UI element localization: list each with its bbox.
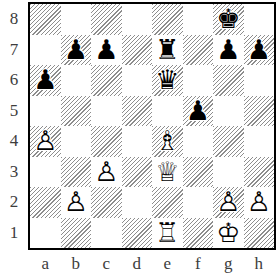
file-label-h: h (244, 250, 275, 278)
piece-white-pawn-a4[interactable]: ♟♙ (30, 126, 61, 157)
square-c7[interactable]: ♟♟ (91, 35, 122, 66)
square-d6[interactable] (122, 65, 153, 96)
square-e3[interactable]: ♛♕ (152, 157, 183, 188)
file-label-b: b (61, 250, 92, 278)
piece-glyph: ♟ (213, 35, 244, 66)
square-c6[interactable] (91, 65, 122, 96)
square-h2[interactable]: ♟♙ (244, 187, 275, 218)
square-f3[interactable] (183, 157, 214, 188)
piece-white-queen-e3[interactable]: ♛♕ (152, 157, 183, 188)
square-d7[interactable] (122, 35, 153, 66)
square-a4[interactable]: ♟♙ (30, 126, 61, 157)
square-g1[interactable]: ♚♔ (213, 218, 244, 249)
piece-glyph: ♙ (213, 187, 244, 218)
square-a6[interactable]: ♟♟ (30, 65, 61, 96)
piece-black-king-g8[interactable]: ♚♚ (213, 4, 244, 35)
file-label-g: g (213, 250, 244, 278)
piece-white-pawn-b2[interactable]: ♟♙ (61, 187, 92, 218)
square-f6[interactable] (183, 65, 214, 96)
piece-black-pawn-g7[interactable]: ♟♟ (213, 35, 244, 66)
piece-white-king-g1[interactable]: ♚♔ (213, 218, 244, 249)
square-h4[interactable] (244, 126, 275, 157)
rank-label-1: 1 (0, 218, 28, 249)
piece-white-pawn-g2[interactable]: ♟♙ (213, 187, 244, 218)
square-h7[interactable]: ♟♟ (244, 35, 275, 66)
square-e7[interactable]: ♜♜ (152, 35, 183, 66)
rank-label-7: 7 (0, 35, 28, 66)
square-c5[interactable] (91, 96, 122, 127)
piece-glyph: ♖ (152, 218, 183, 249)
square-e4[interactable]: ♝♗ (152, 126, 183, 157)
piece-glyph: ♕ (152, 157, 183, 188)
rank-label-3: 3 (0, 157, 28, 188)
square-c4[interactable] (91, 126, 122, 157)
piece-black-pawn-a6[interactable]: ♟♟ (30, 65, 61, 96)
square-e2[interactable] (152, 187, 183, 218)
square-d8[interactable] (122, 4, 153, 35)
square-b2[interactable]: ♟♙ (61, 187, 92, 218)
square-g7[interactable]: ♟♟ (213, 35, 244, 66)
square-h6[interactable] (244, 65, 275, 96)
square-c8[interactable] (91, 4, 122, 35)
piece-glyph: ♟ (61, 35, 92, 66)
square-a2[interactable] (30, 187, 61, 218)
piece-white-rook-e1[interactable]: ♜♖ (152, 218, 183, 249)
square-c2[interactable] (91, 187, 122, 218)
piece-glyph: ♟ (91, 35, 122, 66)
square-b1[interactable] (61, 218, 92, 249)
square-c1[interactable] (91, 218, 122, 249)
chess-board: ♚♚♟♟♟♟♜♜♟♟♟♟♟♟♛♛♟♟♟♙♝♗♟♙♛♕♟♙♟♙♟♙♜♖♚♔ (28, 2, 276, 250)
piece-black-queen-e6[interactable]: ♛♛ (152, 65, 183, 96)
square-e8[interactable] (152, 4, 183, 35)
piece-glyph: ♟ (183, 96, 214, 127)
square-g4[interactable] (213, 126, 244, 157)
file-label-a: a (30, 250, 61, 278)
chess-diagram: 87654321 ♚♚♟♟♟♟♜♜♟♟♟♟♟♟♛♛♟♟♟♙♝♗♟♙♛♕♟♙♟♙♟… (0, 0, 279, 280)
piece-glyph: ♗ (152, 126, 183, 157)
rank-label-4: 4 (0, 126, 28, 157)
square-f5[interactable]: ♟♟ (183, 96, 214, 127)
rank-labels: 87654321 (0, 4, 28, 248)
square-a7[interactable] (30, 35, 61, 66)
piece-glyph: ♟ (244, 35, 275, 66)
square-g2[interactable]: ♟♙ (213, 187, 244, 218)
square-h1[interactable] (244, 218, 275, 249)
rank-label-8: 8 (0, 4, 28, 35)
piece-glyph: ♙ (244, 187, 275, 218)
square-a1[interactable] (30, 218, 61, 249)
piece-black-rook-e7[interactable]: ♜♜ (152, 35, 183, 66)
square-f2[interactable] (183, 187, 214, 218)
file-label-c: c (91, 250, 122, 278)
file-label-d: d (122, 250, 153, 278)
square-b7[interactable]: ♟♟ (61, 35, 92, 66)
file-label-e: e (152, 250, 183, 278)
rank-label-5: 5 (0, 96, 28, 127)
file-label-f: f (183, 250, 214, 278)
square-d4[interactable] (122, 126, 153, 157)
square-a3[interactable] (30, 157, 61, 188)
square-g6[interactable] (213, 65, 244, 96)
square-b8[interactable] (61, 4, 92, 35)
piece-glyph: ♔ (213, 218, 244, 249)
piece-glyph: ♙ (91, 157, 122, 188)
square-h5[interactable] (244, 96, 275, 127)
square-f8[interactable] (183, 4, 214, 35)
square-g5[interactable] (213, 96, 244, 127)
piece-white-pawn-h2[interactable]: ♟♙ (244, 187, 275, 218)
square-f1[interactable] (183, 218, 214, 249)
piece-glyph: ♜ (152, 35, 183, 66)
file-labels: abcdefgh (30, 250, 274, 278)
square-h8[interactable] (244, 4, 275, 35)
piece-white-bishop-e4[interactable]: ♝♗ (152, 126, 183, 157)
piece-glyph: ♙ (30, 126, 61, 157)
square-g8[interactable]: ♚♚ (213, 4, 244, 35)
piece-glyph: ♟ (30, 65, 61, 96)
square-b6[interactable] (61, 65, 92, 96)
square-b4[interactable] (61, 126, 92, 157)
square-d3[interactable] (122, 157, 153, 188)
square-g3[interactable] (213, 157, 244, 188)
piece-black-pawn-b7[interactable]: ♟♟ (61, 35, 92, 66)
square-e5[interactable] (152, 96, 183, 127)
piece-glyph: ♚ (213, 4, 244, 35)
square-d1[interactable] (122, 218, 153, 249)
square-b3[interactable] (61, 157, 92, 188)
square-c3[interactable]: ♟♙ (91, 157, 122, 188)
square-a5[interactable] (30, 96, 61, 127)
square-b5[interactable] (61, 96, 92, 127)
square-d2[interactable] (122, 187, 153, 218)
square-e6[interactable]: ♛♛ (152, 65, 183, 96)
square-e1[interactable]: ♜♖ (152, 218, 183, 249)
piece-glyph: ♛ (152, 65, 183, 96)
piece-white-pawn-c3[interactable]: ♟♙ (91, 157, 122, 188)
square-h3[interactable] (244, 157, 275, 188)
piece-black-pawn-f5[interactable]: ♟♟ (183, 96, 214, 127)
piece-black-pawn-h7[interactable]: ♟♟ (244, 35, 275, 66)
rank-label-2: 2 (0, 187, 28, 218)
square-a8[interactable] (30, 4, 61, 35)
square-f4[interactable] (183, 126, 214, 157)
piece-glyph: ♙ (61, 187, 92, 218)
square-d5[interactable] (122, 96, 153, 127)
piece-black-pawn-c7[interactable]: ♟♟ (91, 35, 122, 66)
square-f7[interactable] (183, 35, 214, 66)
rank-label-6: 6 (0, 65, 28, 96)
